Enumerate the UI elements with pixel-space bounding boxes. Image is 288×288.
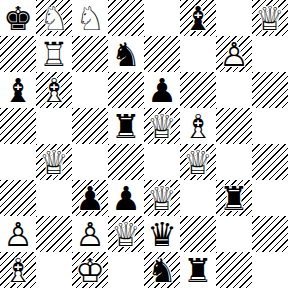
black-queen: ♛ — [144, 216, 180, 252]
square-b7[interactable]: ♜♖ — [36, 36, 72, 72]
black-pawn: ♟ — [72, 180, 108, 216]
black-pawn: ♟ — [144, 72, 180, 108]
square-g7[interactable]: ♟♙ — [216, 36, 252, 72]
black-pawn: ♟ — [108, 180, 144, 216]
white-queen: ♕ — [108, 216, 144, 252]
black-bishop: ♝ — [0, 72, 36, 108]
white-bishop: ♗ — [0, 252, 36, 288]
square-a5[interactable] — [0, 108, 36, 144]
square-d3[interactable]: ♟♟ — [108, 180, 144, 216]
square-h3[interactable] — [252, 180, 288, 216]
square-g2[interactable] — [216, 216, 252, 252]
square-c1[interactable]: ♚♔ — [72, 252, 108, 288]
square-a2[interactable]: ♟♙ — [0, 216, 36, 252]
square-f4[interactable]: ♛♕ — [180, 144, 216, 180]
square-f2[interactable] — [180, 216, 216, 252]
square-a8[interactable]: ♚♚ — [0, 0, 36, 36]
square-e2[interactable]: ♛♛ — [144, 216, 180, 252]
square-g6[interactable] — [216, 72, 252, 108]
white-queen: ♕ — [36, 144, 72, 180]
square-d1[interactable] — [108, 252, 144, 288]
white-queen: ♕ — [180, 144, 216, 180]
square-e5[interactable]: ♛♕ — [144, 108, 180, 144]
square-g8[interactable] — [216, 0, 252, 36]
square-f1[interactable]: ♜♜ — [180, 252, 216, 288]
white-bishop: ♗ — [180, 108, 216, 144]
square-f6[interactable] — [180, 72, 216, 108]
square-a6[interactable]: ♝♝ — [0, 72, 36, 108]
black-knight: ♞ — [108, 36, 144, 72]
square-h8[interactable]: ♛♕ — [252, 0, 288, 36]
square-a3[interactable] — [0, 180, 36, 216]
square-b2[interactable] — [36, 216, 72, 252]
square-d2[interactable]: ♛♕ — [108, 216, 144, 252]
square-d8[interactable] — [108, 0, 144, 36]
square-g5[interactable] — [216, 108, 252, 144]
square-b3[interactable] — [36, 180, 72, 216]
square-c2[interactable]: ♟♙ — [72, 216, 108, 252]
chess-board: ♚♚♞♘♞♘♝♝♛♕♜♖♞♞♟♙♝♝♝♗♟♟♜♜♛♕♝♗♛♕♛♕♟♟♟♟♛♕♜♜… — [0, 0, 288, 288]
square-c3[interactable]: ♟♟ — [72, 180, 108, 216]
square-c6[interactable] — [72, 72, 108, 108]
square-d7[interactable]: ♞♞ — [108, 36, 144, 72]
square-f7[interactable] — [180, 36, 216, 72]
square-b6[interactable]: ♝♗ — [36, 72, 72, 108]
square-h1[interactable] — [252, 252, 288, 288]
black-king: ♚ — [0, 0, 36, 36]
white-knight: ♘ — [72, 0, 108, 36]
white-king: ♔ — [72, 252, 108, 288]
white-pawn: ♙ — [72, 216, 108, 252]
square-e1[interactable]: ♞♞ — [144, 252, 180, 288]
square-e8[interactable] — [144, 0, 180, 36]
square-f5[interactable]: ♝♗ — [180, 108, 216, 144]
square-b4[interactable]: ♛♕ — [36, 144, 72, 180]
square-c8[interactable]: ♞♘ — [72, 0, 108, 36]
square-b8[interactable]: ♞♘ — [36, 0, 72, 36]
square-e7[interactable] — [144, 36, 180, 72]
white-rook: ♖ — [36, 36, 72, 72]
square-h4[interactable] — [252, 144, 288, 180]
square-b1[interactable] — [36, 252, 72, 288]
white-queen: ♕ — [144, 180, 180, 216]
square-e6[interactable]: ♟♟ — [144, 72, 180, 108]
white-knight: ♘ — [36, 0, 72, 36]
square-e4[interactable] — [144, 144, 180, 180]
square-b5[interactable] — [36, 108, 72, 144]
black-rook: ♜ — [216, 180, 252, 216]
square-d5[interactable]: ♜♜ — [108, 108, 144, 144]
square-g4[interactable] — [216, 144, 252, 180]
square-h2[interactable] — [252, 216, 288, 252]
square-c5[interactable] — [72, 108, 108, 144]
white-queen: ♕ — [252, 0, 288, 36]
black-rook: ♜ — [180, 252, 216, 288]
square-d4[interactable] — [108, 144, 144, 180]
black-rook: ♜ — [108, 108, 144, 144]
square-h5[interactable] — [252, 108, 288, 144]
white-pawn: ♙ — [0, 216, 36, 252]
square-e3[interactable]: ♛♕ — [144, 180, 180, 216]
square-f3[interactable] — [180, 180, 216, 216]
square-d6[interactable] — [108, 72, 144, 108]
square-h7[interactable] — [252, 36, 288, 72]
white-pawn: ♙ — [216, 36, 252, 72]
white-bishop: ♗ — [36, 72, 72, 108]
square-a7[interactable] — [0, 36, 36, 72]
square-a4[interactable] — [0, 144, 36, 180]
black-knight: ♞ — [144, 252, 180, 288]
square-a1[interactable]: ♝♗ — [0, 252, 36, 288]
square-f8[interactable]: ♝♝ — [180, 0, 216, 36]
square-g1[interactable] — [216, 252, 252, 288]
square-h6[interactable] — [252, 72, 288, 108]
square-c7[interactable] — [72, 36, 108, 72]
black-bishop: ♝ — [180, 0, 216, 36]
square-g3[interactable]: ♜♜ — [216, 180, 252, 216]
square-c4[interactable] — [72, 144, 108, 180]
white-queen: ♕ — [144, 108, 180, 144]
